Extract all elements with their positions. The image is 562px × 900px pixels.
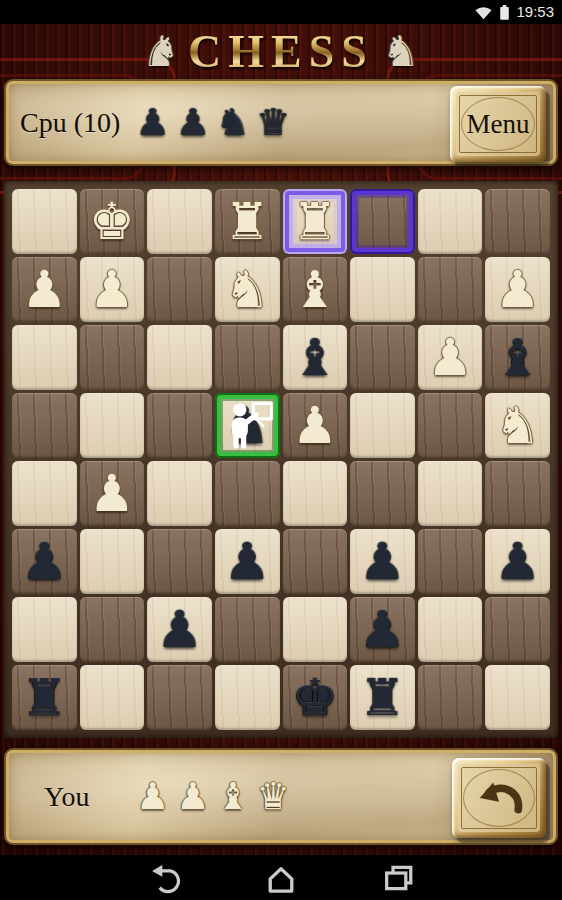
square-f8[interactable] — [147, 665, 212, 730]
black-rook-piece: ♜ — [21, 672, 67, 723]
white-knight-piece: ♞ — [495, 400, 541, 451]
square-g2[interactable]: ♟ — [80, 257, 145, 322]
you-captured-pieces: ♟♟♝♛ — [136, 750, 290, 843]
square-c4[interactable] — [350, 393, 415, 458]
square-a3[interactable]: ♝ — [485, 325, 550, 390]
title-bar: ♞ CHESS ♞ — [0, 24, 562, 80]
battery-icon — [498, 4, 511, 21]
square-b8[interactable] — [418, 665, 483, 730]
square-c7[interactable]: ♟ — [350, 597, 415, 662]
menu-button-label: Menu — [467, 109, 530, 140]
captured-white-queen-icon: ♛ — [257, 778, 290, 815]
title-knight-left-icon: ♞ — [142, 31, 180, 73]
captured-black-knight-icon: ♞ — [216, 104, 249, 141]
square-e6[interactable]: ♟ — [215, 529, 280, 594]
white-rook-piece: ♜ — [224, 196, 270, 247]
square-h4[interactable] — [12, 393, 77, 458]
wifi-icon — [474, 5, 493, 20]
black-rook-piece: ♜ — [360, 672, 406, 723]
status-time: 19:53 — [516, 0, 554, 24]
white-bishop-piece: ♝ — [292, 264, 338, 315]
white-king-piece: ♚ — [89, 196, 135, 247]
square-g3[interactable] — [80, 325, 145, 390]
square-h5[interactable] — [12, 461, 77, 526]
home-icon[interactable] — [263, 862, 299, 894]
square-h7[interactable] — [12, 597, 77, 662]
square-a5[interactable] — [485, 461, 550, 526]
square-g1[interactable]: ♚ — [80, 189, 145, 254]
square-g6[interactable] — [80, 529, 145, 594]
square-f4[interactable] — [147, 393, 212, 458]
square-h8[interactable]: ♜ — [12, 665, 77, 730]
captured-black-pawn-icon: ♟ — [176, 104, 209, 141]
undo-icon — [470, 773, 528, 823]
black-pawn-piece: ♟ — [360, 604, 406, 655]
square-h2[interactable]: ♟ — [12, 257, 77, 322]
app-title: CHESS — [188, 29, 374, 75]
square-a6[interactable]: ♟ — [485, 529, 550, 594]
square-e7[interactable] — [215, 597, 280, 662]
square-b2[interactable] — [418, 257, 483, 322]
recents-icon[interactable] — [381, 862, 415, 894]
square-f1[interactable] — [147, 189, 212, 254]
square-e8[interactable] — [215, 665, 280, 730]
captured-white-pawn-icon: ♟ — [136, 778, 169, 815]
square-c2[interactable] — [350, 257, 415, 322]
square-a8[interactable] — [485, 665, 550, 730]
black-bishop-piece: ♝ — [292, 332, 338, 383]
captured-black-pawn-icon: ♟ — [136, 104, 169, 141]
white-pawn-piece: ♟ — [427, 332, 473, 383]
square-c5[interactable] — [350, 461, 415, 526]
square-b5[interactable] — [418, 461, 483, 526]
square-f3[interactable] — [147, 325, 212, 390]
square-c6[interactable]: ♟ — [350, 529, 415, 594]
square-d4[interactable]: ♟ — [283, 393, 348, 458]
black-pawn-piece: ♟ — [360, 536, 406, 587]
square-g5[interactable]: ♟ — [80, 461, 145, 526]
black-pawn-piece: ♟ — [224, 536, 270, 587]
you-label: You — [44, 781, 89, 813]
square-d5[interactable] — [283, 461, 348, 526]
white-pawn-piece: ♟ — [89, 468, 135, 519]
square-c1[interactable] — [350, 189, 415, 254]
square-d3[interactable]: ♝ — [283, 325, 348, 390]
square-c8[interactable]: ♜ — [350, 665, 415, 730]
square-e4[interactable]: ♞ — [215, 393, 280, 458]
white-knight-piece: ♞ — [224, 264, 270, 315]
captured-black-queen-icon: ♛ — [257, 104, 290, 141]
navigation-bar — [0, 855, 562, 900]
status-bar: 19:53 — [0, 0, 562, 24]
square-g7[interactable] — [80, 597, 145, 662]
square-b4[interactable] — [418, 393, 483, 458]
white-pawn-piece: ♟ — [21, 264, 67, 315]
square-d1[interactable]: ♜ — [283, 189, 348, 254]
title-knight-right-icon: ♞ — [382, 31, 420, 73]
square-f7[interactable]: ♟ — [147, 597, 212, 662]
white-pawn-piece: ♟ — [495, 264, 541, 315]
white-rook-piece: ♜ — [292, 196, 338, 247]
captured-white-bishop-icon: ♝ — [216, 778, 249, 815]
square-a2[interactable]: ♟ — [485, 257, 550, 322]
square-d6[interactable] — [283, 529, 348, 594]
menu-button[interactable]: Menu — [450, 86, 546, 162]
square-c3[interactable] — [350, 325, 415, 390]
square-e5[interactable] — [215, 461, 280, 526]
app-screen: 19:53 ♞ CHESS ♞ Cpu (10) ♟♟♞♛ Menu ♚♜♜♟♟… — [0, 0, 562, 900]
black-king-piece: ♚ — [292, 672, 338, 723]
square-h6[interactable]: ♟ — [12, 529, 77, 594]
square-g8[interactable] — [80, 665, 145, 730]
cpu-panel: Cpu (10) ♟♟♞♛ Menu — [4, 79, 558, 166]
square-f6[interactable] — [147, 529, 212, 594]
black-pawn-piece: ♟ — [21, 536, 67, 587]
square-g4[interactable] — [80, 393, 145, 458]
square-e1[interactable]: ♜ — [215, 189, 280, 254]
player-hint-icon — [215, 393, 280, 458]
square-a4[interactable]: ♞ — [485, 393, 550, 458]
square-d7[interactable] — [283, 597, 348, 662]
chess-board: ♚♜♜♟♟♞♝♟♝♟♝♞ ♟♞♟♟♟♟♟♟♟♜♚♜ — [4, 181, 558, 738]
square-h3[interactable] — [12, 325, 77, 390]
you-panel: You ♟♟♝♛ — [4, 748, 558, 845]
white-pawn-piece: ♟ — [89, 264, 135, 315]
square-b7[interactable] — [418, 597, 483, 662]
square-a1[interactable] — [485, 189, 550, 254]
board-grid: ♚♜♜♟♟♞♝♟♝♟♝♞ ♟♞♟♟♟♟♟♟♟♜♚♜ — [12, 189, 550, 730]
cpu-captured-pieces: ♟♟♞♛ — [136, 81, 290, 164]
square-e2[interactable]: ♞ — [215, 257, 280, 322]
black-pawn-piece: ♟ — [157, 604, 203, 655]
square-a7[interactable] — [485, 597, 550, 662]
square-f2[interactable] — [147, 257, 212, 322]
square-b6[interactable] — [418, 529, 483, 594]
square-b1[interactable] — [418, 189, 483, 254]
white-pawn-piece: ♟ — [292, 400, 338, 451]
undo-button[interactable] — [452, 758, 546, 838]
captured-white-pawn-icon: ♟ — [176, 778, 209, 815]
black-bishop-piece: ♝ — [495, 332, 541, 383]
square-d2[interactable]: ♝ — [283, 257, 348, 322]
back-icon[interactable] — [147, 862, 181, 894]
square-h1[interactable] — [12, 189, 77, 254]
square-e3[interactable] — [215, 325, 280, 390]
square-f5[interactable] — [147, 461, 212, 526]
square-b3[interactable]: ♟ — [418, 325, 483, 390]
cpu-label: Cpu (10) — [20, 107, 120, 139]
square-d8[interactable]: ♚ — [283, 665, 348, 730]
black-pawn-piece: ♟ — [495, 536, 541, 587]
